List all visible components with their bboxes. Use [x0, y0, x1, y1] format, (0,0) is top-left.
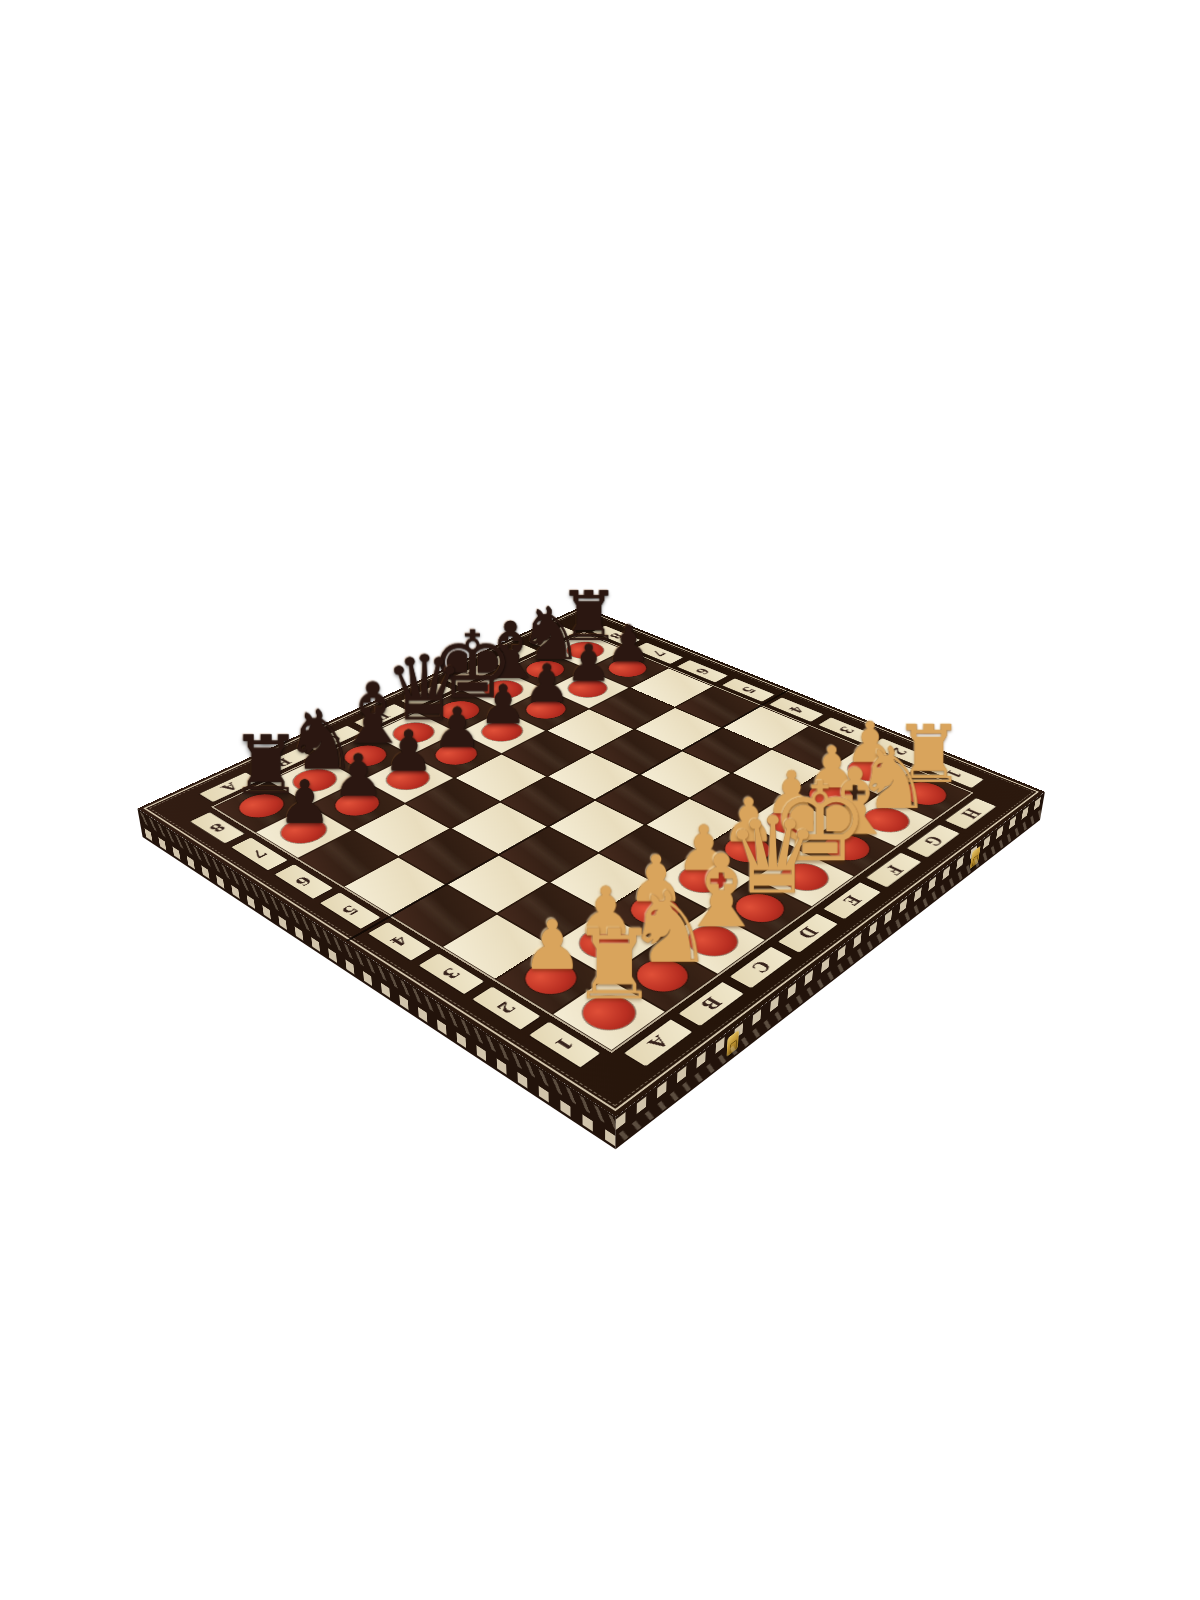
file-label-text: D — [778, 913, 838, 952]
white-rook[interactable]: ♜ — [571, 917, 650, 1014]
brass-latch-left[interactable] — [726, 1030, 739, 1058]
chess-board: ABCDEFGH8♜♞♝♛♚♝♞♜87♟♟♟♟♟♟♟♟7665544332♟♟♟… — [137, 606, 1044, 1116]
product-photo-scene: ABCDEFGH8♜♞♝♛♚♝♞♜87♟♟♟♟♟♟♟♟7665544332♟♟♟… — [0, 0, 1200, 1600]
board-grid: ABCDEFGH8♜♞♝♛♚♝♞♜87♟♟♟♟♟♟♟♟7665544332♟♟♟… — [158, 613, 1026, 1099]
black-pawn[interactable]: ♟ — [271, 772, 338, 832]
piece-glyph: ♟ — [383, 718, 434, 785]
piece-glyph: ♜ — [571, 908, 658, 1021]
piece-glyph: ♟ — [278, 767, 332, 837]
square-d5[interactable] — [502, 777, 594, 826]
square-e5[interactable] — [549, 753, 639, 799]
board-frame: ABCDEFGH8♜♞♝♛♚♝♞♜87♟♟♟♟♟♟♟♟7665544332♟♟♟… — [137, 606, 1044, 1116]
brass-latch-right[interactable] — [970, 846, 981, 870]
piece-glyph: ♟ — [332, 742, 384, 810]
